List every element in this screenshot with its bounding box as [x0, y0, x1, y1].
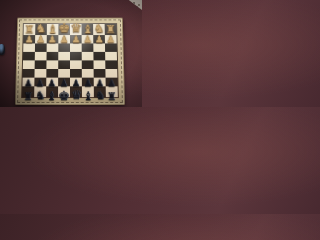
square-e7[interactable]: ♟ — [58, 78, 70, 87]
black-rook[interactable]: ♜ — [107, 92, 117, 101]
square-f5[interactable] — [46, 60, 58, 69]
square-d2[interactable]: ♟ — [70, 35, 82, 43]
chess-board: ♜♞♝♚♛♝♞♜♟♟♟♟♟♟♟♟♟♟♟♟♟♟♟♟♜♞♝♚♛♝♞♜ — [21, 23, 119, 98]
square-c3[interactable] — [82, 43, 94, 51]
white-pawn[interactable]: ♟ — [106, 35, 115, 43]
square-g2[interactable]: ♟ — [35, 35, 47, 43]
square-h7[interactable]: ♟ — [22, 78, 34, 87]
square-a5[interactable] — [105, 60, 117, 69]
square-e6[interactable] — [58, 69, 70, 78]
black-bishop[interactable]: ♝ — [83, 91, 94, 101]
square-e3[interactable] — [58, 43, 70, 51]
square-a6[interactable] — [105, 69, 117, 78]
square-f3[interactable] — [46, 43, 58, 51]
square-h2[interactable]: ♟ — [23, 35, 35, 43]
square-c5[interactable] — [82, 60, 94, 69]
black-knight[interactable]: ♞ — [35, 91, 45, 101]
square-e4[interactable] — [58, 52, 70, 61]
black-pawn[interactable]: ♟ — [47, 80, 56, 88]
square-g8[interactable]: ♞ — [34, 86, 46, 97]
board-frame: ♜♞♝♚♛♝♞♜♟♟♟♟♟♟♟♟♟♟♟♟♟♟♟♟♜♞♝♚♛♝♞♜ — [15, 18, 125, 105]
black-pawn[interactable]: ♟ — [95, 80, 104, 88]
square-d4[interactable] — [70, 52, 82, 61]
white-pawn[interactable]: ♟ — [83, 35, 92, 43]
square-g4[interactable] — [35, 52, 47, 61]
black-pawn[interactable]: ♟ — [84, 80, 93, 88]
square-e2[interactable]: ♟ — [58, 35, 70, 43]
square-h4[interactable] — [23, 52, 35, 61]
black-pawn[interactable]: ♟ — [107, 80, 116, 88]
black-pawn[interactable]: ♟ — [24, 80, 33, 88]
white-pawn[interactable]: ♟ — [72, 35, 81, 43]
floor-patch — [125, 0, 142, 10]
black-pawn[interactable]: ♟ — [36, 80, 45, 88]
square-b5[interactable] — [94, 60, 106, 69]
white-pawn[interactable]: ♟ — [95, 35, 104, 43]
square-a4[interactable] — [105, 52, 117, 61]
black-pawn[interactable]: ♟ — [60, 80, 69, 88]
square-g7[interactable]: ♟ — [34, 78, 46, 87]
square-c7[interactable]: ♟ — [82, 78, 94, 87]
square-g5[interactable] — [34, 60, 46, 69]
square-h6[interactable] — [23, 69, 35, 78]
square-e5[interactable] — [58, 60, 70, 69]
black-bishop[interactable]: ♝ — [46, 91, 57, 101]
square-f7[interactable]: ♟ — [46, 78, 58, 87]
white-pawn[interactable]: ♟ — [36, 35, 45, 43]
square-b6[interactable] — [94, 69, 106, 78]
square-f4[interactable] — [46, 52, 58, 61]
square-a7[interactable]: ♟ — [106, 78, 118, 87]
square-d8[interactable]: ♛ — [70, 86, 82, 97]
square-e8[interactable]: ♚ — [58, 86, 71, 97]
square-c6[interactable] — [82, 69, 94, 78]
black-queen[interactable]: ♛ — [71, 91, 82, 101]
black-king[interactable]: ♚ — [58, 90, 70, 101]
square-d5[interactable] — [70, 60, 82, 69]
square-c4[interactable] — [82, 52, 94, 61]
square-b8[interactable]: ♞ — [94, 86, 106, 97]
square-b3[interactable] — [94, 43, 106, 51]
square-b7[interactable]: ♟ — [94, 78, 106, 87]
square-d3[interactable] — [70, 43, 82, 51]
square-f6[interactable] — [46, 69, 58, 78]
square-g3[interactable] — [35, 43, 47, 51]
square-c2[interactable]: ♟ — [82, 35, 94, 43]
square-h3[interactable] — [23, 43, 35, 51]
white-pawn[interactable]: ♟ — [25, 35, 34, 43]
white-pawn[interactable]: ♟ — [60, 35, 69, 43]
offboard-black-piece — [0, 44, 5, 55]
white-pawn[interactable]: ♟ — [48, 35, 57, 43]
square-a2[interactable]: ♟ — [105, 35, 117, 43]
square-b2[interactable]: ♟ — [93, 35, 105, 43]
square-a3[interactable] — [105, 43, 117, 51]
square-d7[interactable]: ♟ — [70, 78, 82, 87]
square-d6[interactable] — [70, 69, 82, 78]
square-g6[interactable] — [34, 69, 46, 78]
square-h5[interactable] — [23, 60, 35, 69]
square-b4[interactable] — [94, 52, 106, 61]
square-f2[interactable]: ♟ — [46, 35, 58, 43]
black-rook[interactable]: ♜ — [23, 92, 33, 101]
black-knight[interactable]: ♞ — [95, 91, 105, 101]
photo-of-chess-table: { "game": "chess", "position": { "fen": … — [0, 0, 142, 107]
